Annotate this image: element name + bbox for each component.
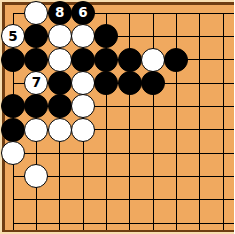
- black-stone: [118, 48, 142, 72]
- black-stone: 8: [48, 1, 72, 25]
- grid-line-horizontal: [13, 199, 235, 200]
- white-stone: [71, 24, 95, 48]
- black-stone: [94, 24, 118, 48]
- white-stone: 7: [24, 71, 48, 95]
- black-stone: [94, 48, 118, 72]
- black-stone: [24, 48, 48, 72]
- white-stone: [1, 141, 25, 165]
- grid-line-vertical: [153, 13, 154, 230]
- move-number-label: 6: [78, 6, 87, 20]
- grid-line-vertical: [176, 13, 177, 230]
- white-stone: [48, 118, 72, 142]
- black-stone: [48, 71, 72, 95]
- move-number-label: 8: [55, 6, 64, 20]
- black-stone: [118, 71, 142, 95]
- black-stone: [48, 94, 72, 118]
- white-stone: [48, 24, 72, 48]
- black-stone: [24, 24, 48, 48]
- white-stone: [71, 118, 95, 142]
- grid-line-vertical: [129, 13, 130, 230]
- move-number-label: 5: [8, 29, 17, 43]
- move-number-label: 7: [32, 76, 41, 90]
- black-stone: [71, 48, 95, 72]
- white-stone: 5: [1, 24, 25, 48]
- black-stone: [94, 71, 118, 95]
- black-stone: [1, 118, 25, 142]
- white-stone: [141, 48, 165, 72]
- white-stone: [48, 48, 72, 72]
- white-stone: [71, 71, 95, 95]
- white-stone: [24, 118, 48, 142]
- grid-line-horizontal: [13, 223, 235, 224]
- black-stone: 6: [71, 1, 95, 25]
- black-stone: [1, 94, 25, 118]
- black-stone: [141, 71, 165, 95]
- white-stone: [71, 94, 95, 118]
- outer-margin-bottom: [0, 232, 234, 234]
- grid-line-vertical: [199, 13, 200, 230]
- black-stone: [24, 94, 48, 118]
- grid-line-horizontal: [13, 153, 235, 154]
- black-stone: [164, 48, 188, 72]
- black-stone: [1, 48, 25, 72]
- white-stone: [24, 1, 48, 25]
- go-board-diagram: 8657: [0, 0, 234, 234]
- white-stone: [24, 164, 48, 188]
- grid-line-vertical: [223, 13, 224, 230]
